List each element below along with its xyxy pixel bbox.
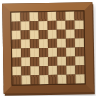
square-g1 [66, 75, 75, 84]
square-e4 [48, 48, 57, 57]
square-g5 [66, 39, 75, 48]
square-h2 [75, 65, 84, 74]
square-g6 [66, 30, 75, 39]
board-playfield [10, 10, 85, 85]
square-b6 [21, 30, 30, 39]
square-c1 [30, 75, 39, 84]
square-d1 [39, 75, 48, 84]
square-c4 [30, 48, 39, 57]
square-a7 [12, 21, 21, 30]
square-d8 [38, 12, 47, 21]
square-f1 [57, 75, 66, 84]
square-h5 [75, 38, 84, 47]
square-e5 [48, 39, 57, 48]
square-f6 [57, 30, 66, 39]
square-d3 [39, 57, 48, 66]
square-c6 [30, 30, 39, 39]
square-a8 [11, 12, 20, 21]
square-c2 [30, 66, 39, 75]
square-a3 [12, 57, 21, 66]
square-e8 [47, 12, 56, 21]
square-b4 [21, 48, 30, 57]
square-d6 [39, 30, 48, 39]
square-f4 [57, 48, 66, 57]
square-h8 [74, 11, 83, 20]
square-f2 [57, 66, 66, 75]
square-h6 [75, 29, 84, 38]
square-a4 [12, 48, 21, 57]
square-h1 [75, 74, 84, 83]
square-e2 [48, 66, 57, 75]
chess-board [2, 2, 94, 94]
square-a6 [12, 30, 21, 39]
square-f3 [57, 57, 66, 66]
square-d2 [39, 66, 48, 75]
square-g3 [66, 57, 75, 66]
square-e1 [48, 75, 57, 84]
product-photo-background [0, 0, 96, 96]
board-grid [11, 11, 84, 84]
square-h4 [75, 47, 84, 56]
square-g4 [66, 48, 75, 57]
square-c7 [30, 21, 39, 30]
square-a1 [12, 75, 21, 84]
square-d5 [39, 39, 48, 48]
square-g2 [66, 66, 75, 75]
square-e7 [48, 21, 57, 30]
square-b3 [21, 57, 30, 66]
square-e3 [48, 57, 57, 66]
square-c3 [30, 57, 39, 66]
square-h3 [75, 56, 84, 65]
square-g7 [66, 21, 75, 30]
square-b8 [20, 12, 29, 21]
square-c5 [30, 39, 39, 48]
square-b5 [21, 39, 30, 48]
square-h7 [75, 20, 84, 29]
square-a2 [12, 66, 21, 75]
square-d7 [39, 21, 48, 30]
square-f8 [56, 12, 65, 21]
square-b2 [21, 66, 30, 75]
square-f5 [57, 39, 66, 48]
square-a5 [12, 39, 21, 48]
square-b1 [21, 75, 30, 84]
square-c8 [29, 12, 38, 21]
square-d4 [39, 48, 48, 57]
square-b7 [21, 21, 30, 30]
square-g8 [65, 12, 74, 21]
square-f7 [57, 21, 66, 30]
square-e6 [48, 30, 57, 39]
